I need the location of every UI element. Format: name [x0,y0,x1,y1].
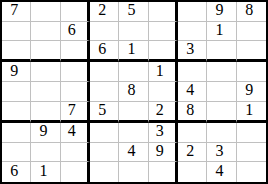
cell-r7c4[interactable] [90,123,119,143]
cell-r4c1: 9 [2,62,31,82]
cell-r5c8[interactable] [207,82,236,102]
cell-r7c9[interactable] [237,123,266,143]
cell-r2c2[interactable] [31,22,60,42]
cell-r9c7[interactable] [178,162,207,182]
cell-r6c3: 7 [61,102,90,123]
cell-r9c9[interactable] [237,162,266,182]
cell-r6c5[interactable] [119,102,148,123]
cell-r4c4[interactable] [90,62,119,82]
cell-r1c9: 8 [237,2,266,22]
cell-r6c4: 5 [90,102,119,123]
cell-r5c9: 9 [237,82,266,102]
cell-r3c7: 3 [178,41,207,62]
cell-r2c6[interactable] [149,22,178,42]
cell-r8c7: 2 [178,143,207,163]
cell-r7c7[interactable] [178,123,207,143]
cell-r7c2: 9 [31,123,60,143]
cell-r9c2: 1 [31,162,60,182]
cell-r6c8[interactable] [207,102,236,123]
cell-r6c2[interactable] [31,102,60,123]
cell-r4c3[interactable] [61,62,90,82]
cell-r2c5[interactable] [119,22,148,42]
cell-r5c2[interactable] [31,82,60,102]
cell-r9c5[interactable] [119,162,148,182]
cell-r1c5: 5 [119,2,148,22]
cell-r8c2[interactable] [31,143,60,163]
sudoku-board: 725986161391849752819434923614 [0,0,268,184]
cell-r8c5: 4 [119,143,148,163]
cell-r5c7: 4 [178,82,207,102]
cell-r8c9[interactable] [237,143,266,163]
cell-r6c7: 8 [178,102,207,123]
cell-r1c6[interactable] [149,2,178,22]
cell-r5c1[interactable] [2,82,31,102]
cell-r8c4[interactable] [90,143,119,163]
cell-r2c3: 6 [61,22,90,42]
cell-r9c3[interactable] [61,162,90,182]
cell-r4c9[interactable] [237,62,266,82]
cell-r7c3: 4 [61,123,90,143]
cell-r1c7[interactable] [178,2,207,22]
cell-r9c8: 4 [207,162,236,182]
cell-r3c5: 1 [119,41,148,62]
cell-r3c2[interactable] [31,41,60,62]
cell-r8c8: 3 [207,143,236,163]
cell-r1c3[interactable] [61,2,90,22]
cell-r5c5: 8 [119,82,148,102]
cell-r3c4: 6 [90,41,119,62]
cell-r6c6: 2 [149,102,178,123]
cell-r8c1[interactable] [2,143,31,163]
cell-r9c6[interactable] [149,162,178,182]
cell-r9c4[interactable] [90,162,119,182]
cell-r4c7[interactable] [178,62,207,82]
cell-r5c3[interactable] [61,82,90,102]
cell-r4c6: 1 [149,62,178,82]
cell-r2c7[interactable] [178,22,207,42]
cell-r1c8: 9 [207,2,236,22]
cell-r2c8: 1 [207,22,236,42]
cell-r8c3[interactable] [61,143,90,163]
cell-r1c1: 7 [2,2,31,22]
cell-r2c1[interactable] [2,22,31,42]
cell-r5c6[interactable] [149,82,178,102]
cell-r8c6: 9 [149,143,178,163]
cell-r1c4: 2 [90,2,119,22]
cell-r3c9[interactable] [237,41,266,62]
cell-r1c2[interactable] [31,2,60,22]
cell-r3c3[interactable] [61,41,90,62]
cell-r4c2[interactable] [31,62,60,82]
cell-r4c5[interactable] [119,62,148,82]
cell-r6c1[interactable] [2,102,31,123]
cell-r2c4[interactable] [90,22,119,42]
cell-r5c4[interactable] [90,82,119,102]
cell-r7c1[interactable] [2,123,31,143]
cell-r2c9[interactable] [237,22,266,42]
cell-r7c5[interactable] [119,123,148,143]
cell-r7c8[interactable] [207,123,236,143]
cell-r3c8[interactable] [207,41,236,62]
cell-r6c9: 1 [237,102,266,123]
cell-r3c1[interactable] [2,41,31,62]
cell-r3c6[interactable] [149,41,178,62]
cell-r4c8[interactable] [207,62,236,82]
cell-r9c1: 6 [2,162,31,182]
cell-r7c6: 3 [149,123,178,143]
